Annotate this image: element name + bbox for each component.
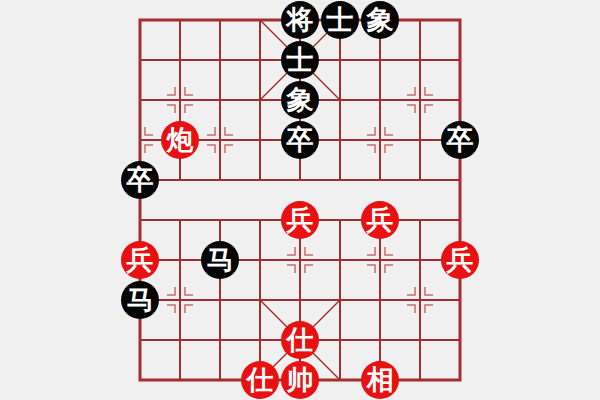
piece-red-soldier[interactable]: 兵 [441, 241, 479, 279]
piece-red-advisor[interactable]: 仕 [241, 361, 279, 399]
piece-black-advisor[interactable]: 士 [281, 41, 319, 79]
piece-red-general[interactable]: 帅 [281, 361, 319, 399]
piece-black-soldier[interactable]: 卒 [441, 121, 479, 159]
piece-red-soldier[interactable]: 兵 [361, 201, 399, 239]
piece-red-cannon[interactable]: 炮 [161, 121, 199, 159]
piece-black-soldier[interactable]: 卒 [281, 121, 319, 159]
xiangqi-board: 将士象士象炮卒卒卒兵兵兵马兵马仕仕帅相 [0, 0, 600, 400]
piece-black-general[interactable]: 将 [281, 1, 319, 39]
piece-red-advisor[interactable]: 仕 [281, 321, 319, 359]
pieces-layer: 将士象士象炮卒卒卒兵兵兵马兵马仕仕帅相 [120, 0, 480, 400]
piece-black-elephant[interactable]: 象 [361, 1, 399, 39]
piece-black-soldier[interactable]: 卒 [121, 161, 159, 199]
piece-black-horse[interactable]: 马 [121, 281, 159, 319]
piece-red-elephant[interactable]: 相 [361, 361, 399, 399]
piece-red-soldier[interactable]: 兵 [121, 241, 159, 279]
piece-black-advisor[interactable]: 士 [321, 1, 359, 39]
piece-black-elephant[interactable]: 象 [281, 81, 319, 119]
piece-black-horse[interactable]: 马 [201, 241, 239, 279]
piece-red-soldier[interactable]: 兵 [281, 201, 319, 239]
